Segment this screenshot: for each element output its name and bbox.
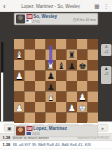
avatar-top[interactable]	[16, 15, 25, 24]
square-c1[interactable]	[35, 113, 46, 124]
clock-top: ◷8 hrs 45 min	[73, 17, 96, 22]
square-c6[interactable]	[35, 60, 46, 71]
black-r-piece[interactable]: ♜	[67, 50, 78, 61]
square-h5[interactable]	[88, 71, 99, 82]
analysis-board-icon[interactable]: ▦	[94, 3, 99, 10]
square-b7[interactable]	[25, 50, 36, 61]
square-f8[interactable]	[67, 39, 78, 50]
square-g4[interactable]	[77, 81, 88, 92]
square-a3[interactable]	[14, 92, 25, 103]
square-d1[interactable]	[46, 113, 57, 124]
chess-board[interactable]: ♝♜♜♝♟♚♟♟♟♝♟♟♟♚	[14, 39, 98, 123]
flag-icon-bottom	[27, 132, 32, 135]
white-p-piece[interactable]: ♟	[67, 102, 78, 113]
capture-tray-top: ♙ +1	[101, 44, 112, 56]
square-h7[interactable]	[88, 50, 99, 61]
eval-bar	[1, 42, 4, 122]
square-b6[interactable]	[25, 60, 36, 71]
square-b3[interactable]	[25, 92, 36, 103]
white-k-piece[interactable]: ♚	[77, 102, 88, 113]
square-c5[interactable]	[35, 71, 46, 82]
square-h8[interactable]	[88, 39, 99, 50]
square-g1[interactable]	[77, 113, 88, 124]
square-d3[interactable]: ♝	[46, 92, 57, 103]
square-h4[interactable]	[88, 81, 99, 92]
square-h1[interactable]	[88, 113, 99, 124]
black-p-piece[interactable]: ♟	[46, 81, 57, 92]
square-c7[interactable]	[35, 50, 46, 61]
square-g5[interactable]	[77, 71, 88, 82]
player-rating-bottom: 2410	[32, 131, 40, 136]
square-h6[interactable]	[88, 60, 99, 71]
square-f4[interactable]	[67, 81, 78, 92]
white-p-piece[interactable]: ♟	[14, 102, 25, 113]
back-button[interactable]: ‹	[3, 1, 11, 11]
square-g8[interactable]	[77, 39, 88, 50]
square-b1[interactable]	[25, 113, 36, 124]
square-f2[interactable]: ♟	[67, 102, 78, 113]
player-card-top: GM So, Wesley 2770 ◷8 hrs 45 min	[14, 13, 98, 25]
avatar-bottom[interactable]	[16, 127, 25, 136]
square-g7[interactable]	[77, 50, 88, 61]
square-g2[interactable]: ♚	[77, 102, 88, 113]
white-r-piece[interactable]: ♜	[46, 60, 57, 71]
phone-screen: ‹ Lopez, Martinez - So, Wesley ▦ ⋮ GM So…	[0, 0, 112, 150]
square-a4[interactable]	[14, 81, 25, 92]
square-d7[interactable]	[46, 50, 57, 61]
square-f5[interactable]	[67, 71, 78, 82]
white-p-piece[interactable]: ♟	[14, 71, 25, 82]
chess-app: ‹ Lopez, Martinez - So, Wesley ▦ ⋮ GM So…	[0, 0, 112, 150]
engine-line-row[interactable]: 1.38 38. a6 Kf7 39. Bb8 Ra8 40. Bd6 Ke6 …	[0, 141, 112, 149]
square-f7[interactable]: ♜	[67, 50, 78, 61]
black-p-piece[interactable]: ♟	[67, 60, 78, 71]
square-e8[interactable]	[56, 39, 67, 50]
square-d2[interactable]	[46, 102, 57, 113]
square-g3[interactable]: ♟	[77, 92, 88, 103]
square-a8[interactable]	[14, 39, 25, 50]
square-h3[interactable]	[88, 92, 99, 103]
square-e1[interactable]	[56, 113, 67, 124]
square-d8[interactable]	[46, 39, 57, 50]
square-a1[interactable]	[14, 113, 25, 124]
square-c4[interactable]	[35, 81, 46, 92]
line-moves: 38. a6 Kf7 39. Bb8 Ra8 40. Bd6 Ke6 41. K…	[12, 142, 91, 147]
square-e6[interactable]: ♝	[56, 60, 67, 71]
square-a5[interactable]: ♟	[14, 71, 25, 82]
player-card-bottom: GM Lopez, Martinez 2410	[14, 125, 98, 137]
square-e4[interactable]	[56, 81, 67, 92]
square-e2[interactable]	[56, 102, 67, 113]
square-a7[interactable]: ♝	[14, 50, 25, 61]
square-e7[interactable]	[56, 50, 67, 61]
top-bar: ‹ Lopez, Martinez - So, Wesley ▦ ⋮	[0, 0, 112, 12]
square-b4[interactable]	[25, 81, 36, 92]
square-b2[interactable]	[25, 102, 36, 113]
eval-bar-white	[1, 72, 4, 122]
black-p-piece[interactable]: ♟	[46, 71, 57, 82]
square-b8[interactable]	[25, 39, 36, 50]
square-f1[interactable]	[67, 113, 78, 124]
square-b5[interactable]	[25, 71, 36, 82]
white-p-piece[interactable]: ♟	[77, 92, 88, 103]
square-c2[interactable]	[35, 102, 46, 113]
black-b-piece[interactable]: ♝	[56, 60, 67, 71]
player-rating-top: 2770	[32, 19, 40, 24]
white-b-piece[interactable]: ♝	[46, 92, 57, 103]
square-a6[interactable]	[14, 60, 25, 71]
last-move-button[interactable]: »	[97, 124, 108, 132]
square-c8[interactable]	[35, 39, 46, 50]
square-e5[interactable]	[56, 71, 67, 82]
square-f3[interactable]	[67, 92, 78, 103]
white-b-piece[interactable]: ♝	[14, 50, 25, 61]
flag-icon-top	[27, 20, 32, 23]
square-e3[interactable]	[56, 92, 67, 103]
square-a2[interactable]: ♟	[14, 102, 25, 113]
square-h2[interactable]	[88, 102, 99, 113]
black-k-piece[interactable]: ♚	[77, 60, 88, 71]
more-options-icon[interactable]: ⋮	[104, 3, 110, 10]
square-g6[interactable]: ♚	[77, 60, 88, 71]
square-c3[interactable]	[35, 92, 46, 103]
square-d5[interactable]: ♟	[46, 71, 57, 82]
capture-tray-bottom: ♟ +2	[101, 66, 112, 84]
line-eval: 1.38	[3, 142, 11, 147]
square-d4[interactable]: ♟	[46, 81, 57, 92]
square-f6[interactable]: ♟	[67, 60, 78, 71]
eval-score: 1.38	[3, 135, 11, 140]
page-title: Lopez, Martinez - So, Wesley	[11, 3, 90, 8]
square-d6[interactable]: ♜	[46, 60, 57, 71]
game-area: GM So, Wesley 2770 ◷8 hrs 45 min ♙ +1 ♟	[0, 12, 112, 122]
